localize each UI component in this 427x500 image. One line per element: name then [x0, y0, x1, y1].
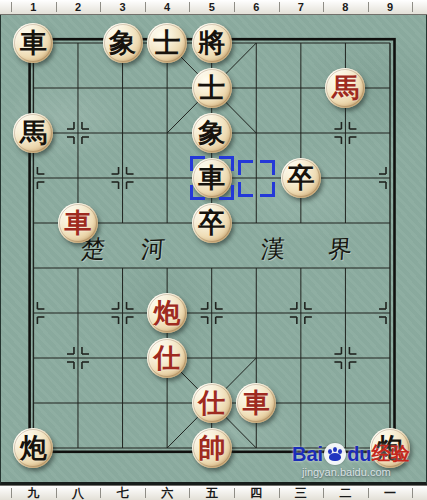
xiangqi-app-window: 123456789 楚河漢界 車象士將士馬馬象車卒車卒炮仕仕車炮帥炮 九八七六五…: [0, 0, 427, 500]
piece-black-soldier[interactable]: 卒: [192, 203, 232, 243]
piece-glyph: 士: [154, 30, 181, 57]
file-label: 八: [56, 487, 100, 500]
piece-red-general[interactable]: 帥: [192, 428, 232, 468]
header-separator: [323, 2, 324, 12]
file-label: 8: [323, 1, 367, 14]
piece-glyph: 馬: [332, 75, 359, 102]
piece-black-soldier[interactable]: 卒: [281, 158, 321, 198]
header-separator: [279, 2, 280, 12]
file-label: 一: [368, 487, 412, 500]
piece-black-chariot[interactable]: 車: [192, 158, 232, 198]
piece-glyph: 車: [198, 165, 225, 192]
file-numbers-top: 123456789: [0, 0, 427, 15]
file-label: 2: [56, 1, 100, 14]
header-separator: [56, 2, 57, 12]
header-separator: [279, 488, 280, 498]
piece-glyph: 士: [198, 75, 225, 102]
header-separator: [56, 488, 57, 498]
piece-red-cannon[interactable]: 炮: [147, 293, 187, 333]
piece-glyph: 仕: [154, 345, 181, 372]
piece-black-advisor[interactable]: 士: [147, 23, 187, 63]
file-label: 四: [234, 487, 278, 500]
file-label: 二: [323, 487, 367, 500]
piece-glyph: 象: [198, 120, 225, 147]
header-separator: [234, 2, 235, 12]
file-label: 1: [11, 1, 55, 14]
header-separator: [100, 2, 101, 12]
file-label: 5: [190, 1, 234, 14]
header-separator: [11, 2, 12, 12]
file-label: 4: [145, 1, 189, 14]
piece-glyph: 馬: [20, 120, 47, 147]
piece-black-elephant[interactable]: 象: [192, 113, 232, 153]
header-separator: [11, 488, 12, 498]
file-numbers-bottom: 九八七六五四三二一: [0, 485, 427, 500]
file-label: 9: [368, 1, 412, 14]
piece-black-general[interactable]: 將: [192, 23, 232, 63]
piece-glyph: 炮: [154, 300, 181, 327]
piece-black-cannon[interactable]: 炮: [370, 428, 410, 468]
header-separator: [100, 488, 101, 498]
piece-glyph: 卒: [287, 165, 314, 192]
header-separator: [145, 488, 146, 498]
file-label: 七: [101, 487, 145, 500]
piece-glyph: 炮: [377, 435, 404, 462]
piece-red-chariot[interactable]: 車: [58, 203, 98, 243]
header-separator: [234, 488, 235, 498]
header-separator: [368, 2, 369, 12]
piece-black-elephant[interactable]: 象: [103, 23, 143, 63]
piece-glyph: 將: [198, 30, 225, 57]
file-label: 六: [145, 487, 189, 500]
piece-glyph: 卒: [198, 210, 225, 237]
file-label: 7: [279, 1, 323, 14]
file-label: 6: [234, 1, 278, 14]
file-label: 3: [101, 1, 145, 14]
file-label: 九: [11, 487, 55, 500]
piece-glyph: 炮: [20, 435, 47, 462]
header-separator: [412, 2, 413, 12]
piece-glyph: 仕: [198, 390, 225, 417]
piece-red-advisor[interactable]: 仕: [147, 338, 187, 378]
piece-glyph: 車: [65, 210, 92, 237]
file-label: 五: [190, 487, 234, 500]
header-separator: [145, 2, 146, 12]
header-separator: [189, 488, 190, 498]
header-separator: [323, 488, 324, 498]
header-separator: [412, 488, 413, 498]
piece-glyph: 車: [20, 30, 47, 57]
piece-black-advisor[interactable]: 士: [192, 68, 232, 108]
piece-glyph: 象: [109, 30, 136, 57]
header-separator: [368, 488, 369, 498]
piece-red-advisor[interactable]: 仕: [192, 383, 232, 423]
header-separator: [189, 2, 190, 12]
file-label: 三: [279, 487, 323, 500]
piece-glyph: 車: [243, 390, 270, 417]
piece-glyph: 帥: [198, 435, 225, 462]
